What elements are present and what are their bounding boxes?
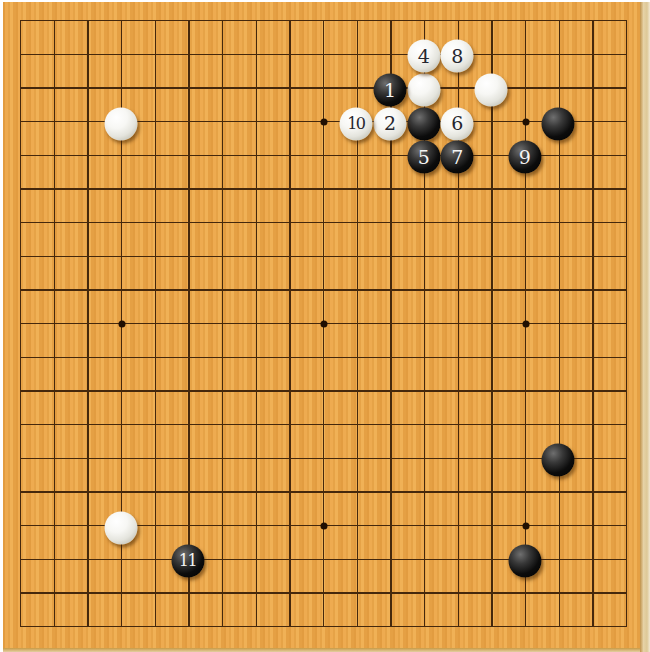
stone-black: 1: [374, 74, 407, 107]
stone-black: [407, 107, 440, 140]
star-point: [118, 320, 125, 327]
grid-line-horizontal: [20, 491, 627, 492]
grid-line-vertical: [592, 20, 593, 627]
stone-white: 8: [441, 40, 474, 73]
grid-line-horizontal: [20, 424, 627, 425]
stone-white: 6: [441, 107, 474, 140]
grid-line-horizontal: [20, 626, 627, 627]
board-edge-bottom: [3, 648, 640, 652]
grid-line-vertical: [491, 20, 492, 627]
stone-white: [104, 107, 137, 140]
stone-black: [542, 444, 575, 477]
grid-line-vertical: [626, 20, 627, 627]
stone-black: 11: [172, 545, 205, 578]
star-point: [522, 522, 529, 529]
stone-black: 5: [407, 141, 440, 174]
star-point: [522, 320, 529, 327]
stone-move-number: 1: [384, 80, 396, 99]
grid-line-horizontal: [20, 357, 627, 358]
stone-move-number: 5: [418, 147, 430, 166]
stone-move-number: 6: [451, 114, 463, 133]
stone-black: 7: [441, 141, 474, 174]
stone-move-number: 8: [451, 46, 463, 65]
stone-move-number: 2: [384, 114, 396, 133]
stone-black: [542, 107, 575, 140]
stone-white: 10: [340, 107, 373, 140]
star-point: [320, 522, 327, 529]
grid-line-horizontal: [20, 592, 627, 593]
grid-line-horizontal: [20, 390, 627, 391]
stone-move-number: 9: [519, 147, 531, 166]
stone-white: [407, 74, 440, 107]
stone-white: [104, 511, 137, 544]
stone-white: [475, 74, 508, 107]
stone-white: 2: [374, 107, 407, 140]
board-edge-right: [640, 2, 650, 652]
go-board[interactable]: 124567891011: [3, 2, 650, 652]
stone-black: 9: [508, 141, 541, 174]
go-board-grid[interactable]: 124567891011: [21, 21, 627, 627]
grid-line-horizontal: [20, 458, 627, 459]
stone-move-number: 4: [418, 46, 430, 65]
stone-black: [508, 545, 541, 578]
star-point: [522, 118, 529, 125]
stone-move-number: 10: [347, 115, 365, 131]
star-point: [320, 320, 327, 327]
go-diagram-page: 124567891011: [0, 0, 650, 652]
stone-move-number: 11: [179, 553, 197, 569]
stone-white: 4: [407, 40, 440, 73]
stone-move-number: 7: [451, 147, 463, 166]
star-point: [320, 118, 327, 125]
